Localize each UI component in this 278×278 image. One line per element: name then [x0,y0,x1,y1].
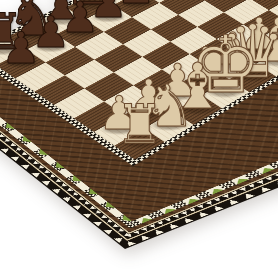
pieces-layer: ♜♞♝♛♚♝♞♜♟♟♟♟♟♟♟♟♟♟♟♟♟♟♟♟♜♞♝♛♚♝♞♜ [0,0,278,278]
piece-white-r-h1: ♜ [115,97,163,151]
piece-black-p-h7: ♟ [1,26,40,70]
chessboard-photo: ♜♞♝♛♚♝♞♜♟♟♟♟♟♟♟♟♟♟♟♟♟♟♟♟♜♞♝♛♚♝♞♜ [0,0,278,278]
